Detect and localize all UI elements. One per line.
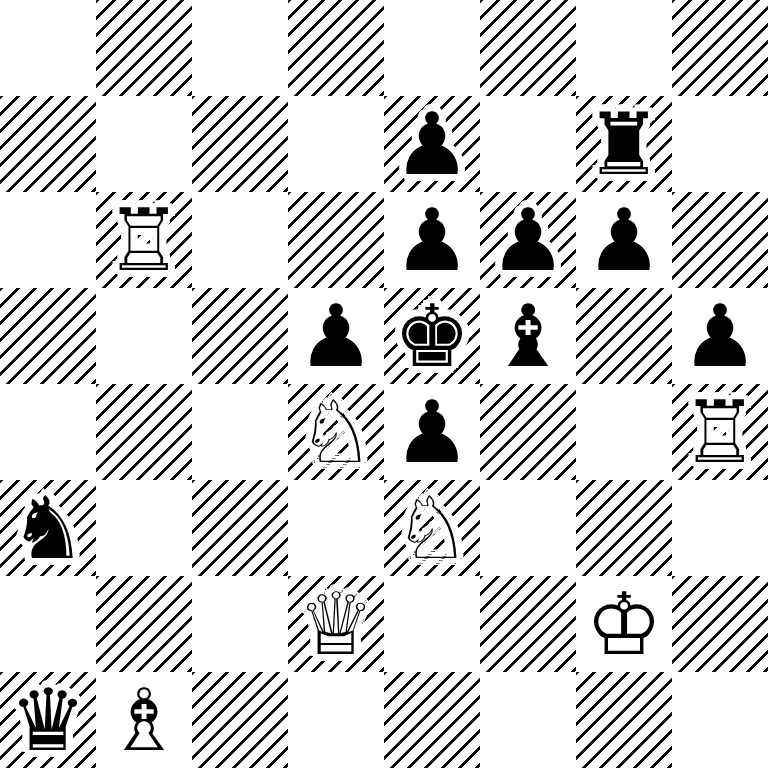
square-e1[interactable]	[384, 672, 480, 768]
piece-black-pawn: ♟	[393, 384, 470, 480]
square-b8[interactable]	[96, 0, 192, 96]
square-d8[interactable]	[288, 0, 384, 96]
square-e2[interactable]	[384, 576, 480, 672]
square-c6[interactable]	[192, 192, 288, 288]
square-h3[interactable]	[672, 480, 768, 576]
square-d3[interactable]	[288, 480, 384, 576]
square-g2[interactable]: ♔	[576, 576, 672, 672]
square-f1[interactable]	[480, 672, 576, 768]
square-e3[interactable]: ♘	[384, 480, 480, 576]
square-g4[interactable]	[576, 384, 672, 480]
square-g3[interactable]	[576, 480, 672, 576]
piece-black-bishop: ♝	[489, 288, 566, 384]
square-h4[interactable]: ♖	[672, 384, 768, 480]
square-d1[interactable]	[288, 672, 384, 768]
piece-white-knight: ♘	[393, 480, 470, 576]
square-a2[interactable]	[0, 576, 96, 672]
square-c8[interactable]	[192, 0, 288, 96]
square-c5[interactable]	[192, 288, 288, 384]
square-d4[interactable]: ♘	[288, 384, 384, 480]
piece-white-queen: ♕	[297, 576, 374, 672]
square-e5[interactable]: ♚	[384, 288, 480, 384]
square-f2[interactable]	[480, 576, 576, 672]
piece-white-rook: ♖	[681, 384, 758, 480]
square-e6[interactable]: ♟	[384, 192, 480, 288]
square-b6[interactable]: ♖	[96, 192, 192, 288]
square-a8[interactable]	[0, 0, 96, 96]
square-f7[interactable]	[480, 96, 576, 192]
square-h1[interactable]	[672, 672, 768, 768]
piece-white-rook: ♖	[105, 192, 182, 288]
square-d6[interactable]	[288, 192, 384, 288]
square-b4[interactable]	[96, 384, 192, 480]
square-a4[interactable]	[0, 384, 96, 480]
square-h7[interactable]	[672, 96, 768, 192]
square-a1[interactable]: ♛	[0, 672, 96, 768]
piece-black-pawn: ♟	[489, 192, 566, 288]
square-c4[interactable]	[192, 384, 288, 480]
chess-board: ♟♜♖♟♟♟♟♚♝♟♘♟♖♞♘♕♔♛♗	[0, 0, 768, 768]
square-c2[interactable]	[192, 576, 288, 672]
square-e4[interactable]: ♟	[384, 384, 480, 480]
piece-black-pawn: ♟	[585, 192, 662, 288]
square-f4[interactable]	[480, 384, 576, 480]
square-g1[interactable]	[576, 672, 672, 768]
square-f3[interactable]	[480, 480, 576, 576]
square-b3[interactable]	[96, 480, 192, 576]
piece-black-pawn: ♟	[393, 192, 470, 288]
square-f6[interactable]: ♟	[480, 192, 576, 288]
square-c1[interactable]	[192, 672, 288, 768]
piece-black-pawn: ♟	[393, 96, 470, 192]
piece-black-queen: ♛	[9, 672, 86, 768]
piece-black-king: ♚	[393, 288, 470, 384]
square-e8[interactable]	[384, 0, 480, 96]
square-g8[interactable]	[576, 0, 672, 96]
piece-white-knight: ♘	[297, 384, 374, 480]
square-d2[interactable]: ♕	[288, 576, 384, 672]
square-h6[interactable]	[672, 192, 768, 288]
square-b1[interactable]: ♗	[96, 672, 192, 768]
piece-black-knight: ♞	[9, 480, 86, 576]
piece-white-bishop: ♗	[105, 672, 182, 768]
square-a7[interactable]	[0, 96, 96, 192]
piece-black-pawn: ♟	[681, 288, 758, 384]
square-b2[interactable]	[96, 576, 192, 672]
square-h2[interactable]	[672, 576, 768, 672]
square-a5[interactable]	[0, 288, 96, 384]
piece-black-rook: ♜	[585, 96, 662, 192]
square-e7[interactable]: ♟	[384, 96, 480, 192]
square-d7[interactable]	[288, 96, 384, 192]
piece-black-pawn: ♟	[297, 288, 374, 384]
square-a3[interactable]: ♞	[0, 480, 96, 576]
square-c7[interactable]	[192, 96, 288, 192]
square-g5[interactable]	[576, 288, 672, 384]
square-f8[interactable]	[480, 0, 576, 96]
square-h5[interactable]: ♟	[672, 288, 768, 384]
square-g6[interactable]: ♟	[576, 192, 672, 288]
square-b5[interactable]	[96, 288, 192, 384]
square-b7[interactable]	[96, 96, 192, 192]
square-d5[interactable]: ♟	[288, 288, 384, 384]
square-c3[interactable]	[192, 480, 288, 576]
square-a6[interactable]	[0, 192, 96, 288]
square-h8[interactable]	[672, 0, 768, 96]
piece-white-king: ♔	[585, 576, 662, 672]
square-g7[interactable]: ♜	[576, 96, 672, 192]
square-f5[interactable]: ♝	[480, 288, 576, 384]
